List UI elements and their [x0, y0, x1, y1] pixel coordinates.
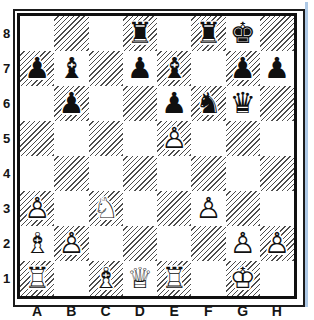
white-pawn: ♙ [157, 121, 191, 156]
square-f2 [191, 226, 225, 261]
square-b8 [54, 16, 88, 51]
white-bishop: ♗ [89, 261, 123, 296]
square-e8 [157, 16, 191, 51]
file-label-h: H [260, 301, 294, 320]
white-king-fill: ♚ [226, 261, 260, 296]
square-g6: ♛ [226, 86, 260, 121]
rank-label-5: 5 [0, 121, 13, 156]
square-b6: ♟ [54, 86, 88, 121]
square-h2: ♟♙ [260, 226, 294, 261]
white-rook: ♖ [20, 261, 54, 296]
square-f4 [191, 156, 225, 191]
file-label-e: E [157, 301, 191, 320]
right-edge-accent-line [305, 2, 308, 307]
white-pawn-fill: ♟ [157, 121, 191, 156]
white-pawn: ♙ [54, 226, 88, 261]
rank-label-7: 7 [0, 51, 13, 86]
square-c8 [89, 16, 123, 51]
square-f8: ♜ [191, 16, 225, 51]
square-b5 [54, 121, 88, 156]
white-queen: ♕ [123, 261, 157, 296]
file-label-a: A [20, 301, 54, 320]
square-e2 [157, 226, 191, 261]
square-h8 [260, 16, 294, 51]
file-label-f: F [191, 301, 225, 320]
square-d2 [123, 226, 157, 261]
white-bishop-fill: ♝ [20, 226, 54, 261]
square-g2: ♟♙ [226, 226, 260, 261]
square-b2: ♟♙ [54, 226, 88, 261]
black-king: ♚ [226, 16, 260, 51]
chess-diagram: 87654321 ♜♜♚♟♝♟♝♟♟♟♟♞♛♟♙♟♙♞♘♟♙♝♗♟♙♟♙♟♙♜♖… [0, 0, 314, 320]
black-pawn: ♟ [157, 86, 191, 121]
rank-labels: 87654321 [0, 16, 13, 296]
square-h4 [260, 156, 294, 191]
white-pawn: ♙ [260, 226, 294, 261]
white-rook-fill: ♜ [20, 261, 54, 296]
square-h5 [260, 121, 294, 156]
square-b3 [54, 191, 88, 226]
board-border: ♜♜♚♟♝♟♝♟♟♟♟♞♛♟♙♟♙♞♘♟♙♝♗♟♙♟♙♟♙♜♖♝♗♛♕♜♖♚♔ [17, 13, 297, 299]
square-d4 [123, 156, 157, 191]
square-h6 [260, 86, 294, 121]
file-label-b: B [54, 301, 88, 320]
square-e4 [157, 156, 191, 191]
square-a5 [20, 121, 54, 156]
square-f6: ♞ [191, 86, 225, 121]
square-c7 [89, 51, 123, 86]
square-g7: ♟ [226, 51, 260, 86]
square-d7: ♟ [123, 51, 157, 86]
square-c6 [89, 86, 123, 121]
white-pawn: ♙ [20, 191, 54, 226]
file-label-d: D [123, 301, 157, 320]
black-pawn: ♟ [226, 51, 260, 86]
white-pawn: ♙ [191, 191, 225, 226]
white-pawn: ♙ [226, 226, 260, 261]
white-knight: ♘ [89, 191, 123, 226]
square-f3: ♟♙ [191, 191, 225, 226]
rank-label-6: 6 [0, 86, 13, 121]
white-rook-fill: ♜ [157, 261, 191, 296]
square-b4 [54, 156, 88, 191]
square-f5 [191, 121, 225, 156]
file-labels: ABCDEFGH [20, 301, 294, 320]
square-f1 [191, 261, 225, 296]
square-c1: ♝♗ [89, 261, 123, 296]
square-d5 [123, 121, 157, 156]
square-d6 [123, 86, 157, 121]
square-g5 [226, 121, 260, 156]
square-f7 [191, 51, 225, 86]
white-pawn-fill: ♟ [226, 226, 260, 261]
chessboard: ♜♜♚♟♝♟♝♟♟♟♟♞♛♟♙♟♙♞♘♟♙♝♗♟♙♟♙♟♙♜♖♝♗♛♕♜♖♚♔ [20, 16, 294, 296]
square-c3: ♞♘ [89, 191, 123, 226]
square-e6: ♟ [157, 86, 191, 121]
white-rook: ♖ [157, 261, 191, 296]
white-queen-fill: ♛ [123, 261, 157, 296]
white-king: ♔ [226, 261, 260, 296]
square-a1: ♜♖ [20, 261, 54, 296]
rank-label-3: 3 [0, 191, 13, 226]
square-b1 [54, 261, 88, 296]
black-pawn: ♟ [260, 51, 294, 86]
square-a6 [20, 86, 54, 121]
black-pawn: ♟ [54, 86, 88, 121]
white-pawn-fill: ♟ [54, 226, 88, 261]
square-e1: ♜♖ [157, 261, 191, 296]
black-pawn: ♟ [20, 51, 54, 86]
black-bishop: ♝ [157, 51, 191, 86]
black-rook: ♜ [123, 16, 157, 51]
square-g1: ♚♔ [226, 261, 260, 296]
board-outer-frame: ♜♜♚♟♝♟♝♟♟♟♟♞♛♟♙♟♙♞♘♟♙♝♗♟♙♟♙♟♙♜♖♝♗♛♕♜♖♚♔ [13, 9, 305, 307]
square-g4 [226, 156, 260, 191]
square-e5: ♟♙ [157, 121, 191, 156]
square-d8: ♜ [123, 16, 157, 51]
square-a4 [20, 156, 54, 191]
file-label-g: G [226, 301, 260, 320]
square-e3 [157, 191, 191, 226]
rank-label-2: 2 [0, 226, 13, 261]
white-bishop-fill: ♝ [89, 261, 123, 296]
white-bishop: ♗ [20, 226, 54, 261]
square-g8: ♚ [226, 16, 260, 51]
square-c4 [89, 156, 123, 191]
square-e7: ♝ [157, 51, 191, 86]
rank-label-8: 8 [0, 16, 13, 51]
white-pawn-fill: ♟ [191, 191, 225, 226]
square-d3 [123, 191, 157, 226]
square-a7: ♟ [20, 51, 54, 86]
square-h7: ♟ [260, 51, 294, 86]
black-pawn: ♟ [123, 51, 157, 86]
rank-label-4: 4 [0, 156, 13, 191]
white-pawn-fill: ♟ [20, 191, 54, 226]
square-a2: ♝♗ [20, 226, 54, 261]
square-h1 [260, 261, 294, 296]
square-a8 [20, 16, 54, 51]
white-pawn-fill: ♟ [260, 226, 294, 261]
black-rook: ♜ [191, 16, 225, 51]
square-h3 [260, 191, 294, 226]
rank-label-1: 1 [0, 261, 13, 296]
file-label-c: C [89, 301, 123, 320]
square-c5 [89, 121, 123, 156]
black-bishop: ♝ [54, 51, 88, 86]
square-c2 [89, 226, 123, 261]
white-knight-fill: ♞ [89, 191, 123, 226]
black-knight: ♞ [191, 86, 225, 121]
square-d1: ♛♕ [123, 261, 157, 296]
square-a3: ♟♙ [20, 191, 54, 226]
black-queen: ♛ [226, 86, 260, 121]
square-b7: ♝ [54, 51, 88, 86]
square-g3 [226, 191, 260, 226]
